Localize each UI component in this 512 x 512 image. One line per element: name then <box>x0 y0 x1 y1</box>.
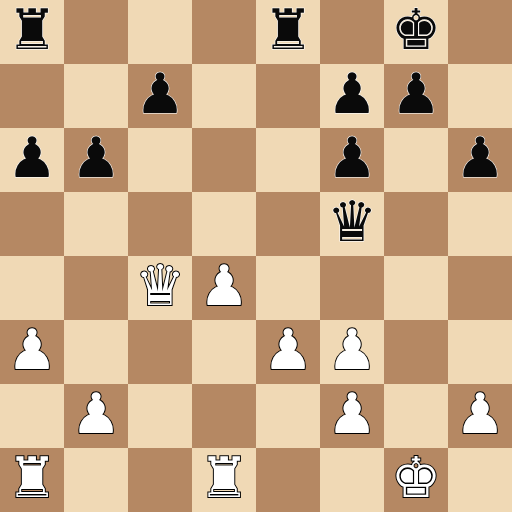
square-d2[interactable] <box>192 384 256 448</box>
square-f4[interactable] <box>320 256 384 320</box>
white-queen: ♛ <box>135 254 185 318</box>
square-b4[interactable] <box>64 256 128 320</box>
square-g2[interactable] <box>384 384 448 448</box>
white-pawn: ♟ <box>71 382 121 446</box>
square-e7[interactable] <box>256 64 320 128</box>
square-e8[interactable]: ♜ <box>256 0 320 64</box>
square-c5[interactable] <box>128 192 192 256</box>
black-rook: ♜ <box>7 0 57 62</box>
black-pawn: ♟ <box>135 62 185 126</box>
square-f3[interactable]: ♟ <box>320 320 384 384</box>
white-pawn: ♟ <box>199 254 249 318</box>
square-g6[interactable] <box>384 128 448 192</box>
square-c4[interactable]: ♛ <box>128 256 192 320</box>
square-a2[interactable] <box>0 384 64 448</box>
square-c7[interactable]: ♟ <box>128 64 192 128</box>
black-pawn: ♟ <box>7 126 57 190</box>
chess-board: ♜♜♚♟♟♟♟♟♟♟♛♛♟♟♟♟♟♟♟♜♜♚ <box>0 0 512 512</box>
black-pawn: ♟ <box>455 126 505 190</box>
square-e1[interactable] <box>256 448 320 512</box>
square-g8[interactable]: ♚ <box>384 0 448 64</box>
white-pawn: ♟ <box>327 382 377 446</box>
square-g7[interactable]: ♟ <box>384 64 448 128</box>
square-f2[interactable]: ♟ <box>320 384 384 448</box>
square-g1[interactable]: ♚ <box>384 448 448 512</box>
white-rook: ♜ <box>199 446 249 510</box>
white-king: ♚ <box>391 446 441 510</box>
square-a6[interactable]: ♟ <box>0 128 64 192</box>
square-d1[interactable]: ♜ <box>192 448 256 512</box>
square-d3[interactable] <box>192 320 256 384</box>
white-pawn: ♟ <box>7 318 57 382</box>
square-b8[interactable] <box>64 0 128 64</box>
square-a5[interactable] <box>0 192 64 256</box>
square-c8[interactable] <box>128 0 192 64</box>
square-g3[interactable] <box>384 320 448 384</box>
square-a3[interactable]: ♟ <box>0 320 64 384</box>
square-d4[interactable]: ♟ <box>192 256 256 320</box>
white-rook: ♜ <box>7 446 57 510</box>
square-h5[interactable] <box>448 192 512 256</box>
white-pawn: ♟ <box>327 318 377 382</box>
square-c6[interactable] <box>128 128 192 192</box>
square-a1[interactable]: ♜ <box>0 448 64 512</box>
square-b1[interactable] <box>64 448 128 512</box>
black-pawn: ♟ <box>327 62 377 126</box>
square-e3[interactable]: ♟ <box>256 320 320 384</box>
black-queen: ♛ <box>327 190 377 254</box>
square-h7[interactable] <box>448 64 512 128</box>
square-h1[interactable] <box>448 448 512 512</box>
square-c2[interactable] <box>128 384 192 448</box>
square-g4[interactable] <box>384 256 448 320</box>
square-f7[interactable]: ♟ <box>320 64 384 128</box>
square-c1[interactable] <box>128 448 192 512</box>
square-g5[interactable] <box>384 192 448 256</box>
black-rook: ♜ <box>263 0 313 62</box>
black-pawn: ♟ <box>327 126 377 190</box>
square-h2[interactable]: ♟ <box>448 384 512 448</box>
white-pawn: ♟ <box>455 382 505 446</box>
square-a8[interactable]: ♜ <box>0 0 64 64</box>
square-h8[interactable] <box>448 0 512 64</box>
square-d6[interactable] <box>192 128 256 192</box>
square-e4[interactable] <box>256 256 320 320</box>
square-h4[interactable] <box>448 256 512 320</box>
black-pawn: ♟ <box>391 62 441 126</box>
square-d5[interactable] <box>192 192 256 256</box>
square-f1[interactable] <box>320 448 384 512</box>
square-f6[interactable]: ♟ <box>320 128 384 192</box>
square-e2[interactable] <box>256 384 320 448</box>
square-h6[interactable]: ♟ <box>448 128 512 192</box>
square-d7[interactable] <box>192 64 256 128</box>
square-c3[interactable] <box>128 320 192 384</box>
square-b6[interactable]: ♟ <box>64 128 128 192</box>
square-b5[interactable] <box>64 192 128 256</box>
square-b2[interactable]: ♟ <box>64 384 128 448</box>
square-e5[interactable] <box>256 192 320 256</box>
square-f5[interactable]: ♛ <box>320 192 384 256</box>
black-pawn: ♟ <box>71 126 121 190</box>
square-h3[interactable] <box>448 320 512 384</box>
square-a7[interactable] <box>0 64 64 128</box>
square-e6[interactable] <box>256 128 320 192</box>
square-b7[interactable] <box>64 64 128 128</box>
white-pawn: ♟ <box>263 318 313 382</box>
square-d8[interactable] <box>192 0 256 64</box>
square-b3[interactable] <box>64 320 128 384</box>
square-a4[interactable] <box>0 256 64 320</box>
square-f8[interactable] <box>320 0 384 64</box>
black-king: ♚ <box>391 0 441 62</box>
